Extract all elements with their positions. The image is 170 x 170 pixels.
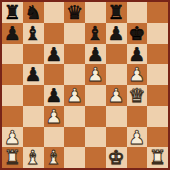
- square-h4[interactable]: [147, 85, 168, 106]
- white-pawn-a2: ♟: [4, 127, 21, 148]
- square-e2[interactable]: [85, 127, 106, 148]
- white-pawn-f4: ♟: [108, 85, 125, 106]
- square-b5[interactable]: ♟: [23, 64, 44, 85]
- square-e3[interactable]: [85, 106, 106, 127]
- black-pawn-c6: ♟: [45, 44, 62, 65]
- black-pawn-a7: ♟: [4, 23, 21, 44]
- square-c6[interactable]: ♟: [44, 44, 65, 65]
- square-h2[interactable]: [147, 127, 168, 148]
- square-a7[interactable]: ♟: [2, 23, 23, 44]
- square-h1[interactable]: ♜: [147, 147, 168, 168]
- square-d4[interactable]: ♟: [64, 85, 85, 106]
- black-pawn-g6: ♟: [128, 44, 145, 65]
- square-h8[interactable]: [147, 2, 168, 23]
- square-e8[interactable]: [85, 2, 106, 23]
- square-d8[interactable]: ♛: [64, 2, 85, 23]
- square-h5[interactable]: [147, 64, 168, 85]
- white-pawn-e5: ♟: [87, 64, 104, 85]
- white-pawn-c3: ♟: [45, 106, 62, 127]
- square-f3[interactable]: [106, 106, 127, 127]
- square-a5[interactable]: [2, 64, 23, 85]
- square-d1[interactable]: [64, 147, 85, 168]
- square-a6[interactable]: [2, 44, 23, 65]
- square-g8[interactable]: [127, 2, 148, 23]
- square-f5[interactable]: [106, 64, 127, 85]
- black-rook-a8: ♜: [4, 2, 21, 23]
- square-e7[interactable]: ♝: [85, 23, 106, 44]
- square-c8[interactable]: [44, 2, 65, 23]
- square-f6[interactable]: [106, 44, 127, 65]
- square-c2[interactable]: [44, 127, 65, 148]
- square-e4[interactable]: [85, 85, 106, 106]
- white-rook-a1: ♜: [4, 147, 21, 168]
- square-g7[interactable]: ♚: [127, 23, 148, 44]
- white-pawn-d4: ♟: [66, 85, 83, 106]
- chess-board: ♜♞♛♜♟♝♝♟♚♟♟♟♟♟♟♟♟♟♛♟♟♟♜♝♝♚♜: [2, 2, 168, 168]
- square-b8[interactable]: ♞: [23, 2, 44, 23]
- square-g4[interactable]: ♛: [127, 85, 148, 106]
- square-g2[interactable]: ♟: [127, 127, 148, 148]
- square-g3[interactable]: [127, 106, 148, 127]
- square-h3[interactable]: [147, 106, 168, 127]
- black-king-g7: ♚: [128, 23, 145, 44]
- square-b2[interactable]: [23, 127, 44, 148]
- square-d5[interactable]: [64, 64, 85, 85]
- square-a2[interactable]: ♟: [2, 127, 23, 148]
- square-h7[interactable]: [147, 23, 168, 44]
- square-b6[interactable]: [23, 44, 44, 65]
- square-b4[interactable]: [23, 85, 44, 106]
- square-b1[interactable]: ♝: [23, 147, 44, 168]
- black-queen-d8: ♛: [66, 2, 83, 23]
- square-e5[interactable]: ♟: [85, 64, 106, 85]
- black-pawn-b5: ♟: [25, 64, 42, 85]
- square-f7[interactable]: ♟: [106, 23, 127, 44]
- square-f4[interactable]: ♟: [106, 85, 127, 106]
- square-a4[interactable]: [2, 85, 23, 106]
- white-pawn-g2: ♟: [128, 127, 145, 148]
- square-h6[interactable]: [147, 44, 168, 65]
- square-e1[interactable]: [85, 147, 106, 168]
- square-g5[interactable]: ♟: [127, 64, 148, 85]
- square-b3[interactable]: [23, 106, 44, 127]
- black-pawn-c4: ♟: [45, 85, 62, 106]
- square-f2[interactable]: [106, 127, 127, 148]
- square-c3[interactable]: ♟: [44, 106, 65, 127]
- board-frame: ♜♞♛♜♟♝♝♟♚♟♟♟♟♟♟♟♟♟♛♟♟♟♜♝♝♚♜: [0, 0, 170, 170]
- square-e6[interactable]: ♟: [85, 44, 106, 65]
- white-queen-g4: ♛: [128, 85, 145, 106]
- square-c7[interactable]: [44, 23, 65, 44]
- square-d2[interactable]: [64, 127, 85, 148]
- white-king-f1: ♚: [108, 147, 125, 168]
- square-d7[interactable]: [64, 23, 85, 44]
- square-c1[interactable]: ♝: [44, 147, 65, 168]
- square-c5[interactable]: [44, 64, 65, 85]
- black-knight-b8: ♞: [25, 2, 42, 23]
- white-bishop-b1: ♝: [25, 147, 42, 168]
- black-bishop-e7: ♝: [87, 23, 104, 44]
- black-bishop-b7: ♝: [25, 23, 42, 44]
- square-d6[interactable]: [64, 44, 85, 65]
- black-pawn-f7: ♟: [108, 23, 125, 44]
- black-pawn-e6: ♟: [87, 44, 104, 65]
- square-a1[interactable]: ♜: [2, 147, 23, 168]
- square-a8[interactable]: ♜: [2, 2, 23, 23]
- square-g6[interactable]: ♟: [127, 44, 148, 65]
- white-pawn-g5: ♟: [128, 64, 145, 85]
- square-f1[interactable]: ♚: [106, 147, 127, 168]
- square-g1[interactable]: [127, 147, 148, 168]
- square-b7[interactable]: ♝: [23, 23, 44, 44]
- square-f8[interactable]: ♜: [106, 2, 127, 23]
- square-a3[interactable]: [2, 106, 23, 127]
- square-c4[interactable]: ♟: [44, 85, 65, 106]
- square-d3[interactable]: [64, 106, 85, 127]
- black-rook-f8: ♜: [108, 2, 125, 23]
- white-rook-h1: ♜: [149, 147, 166, 168]
- white-bishop-c1: ♝: [45, 147, 62, 168]
